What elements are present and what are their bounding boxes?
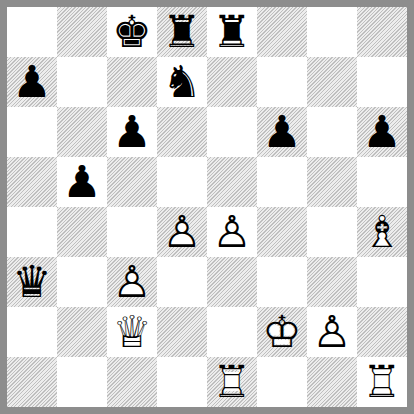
piece-glyph-outline: ♕ [107, 307, 157, 357]
square-e5[interactable] [207, 157, 257, 207]
square-h7[interactable] [357, 57, 407, 107]
square-h2[interactable] [357, 307, 407, 357]
square-f3[interactable] [257, 257, 307, 307]
square-a3[interactable]: ♛ [7, 257, 57, 307]
square-c3[interactable]: ♟♙ [107, 257, 157, 307]
square-f6[interactable]: ♟ [257, 107, 307, 157]
piece-glyph-outline: ♖ [207, 357, 257, 407]
square-c4[interactable] [107, 207, 157, 257]
square-d5[interactable] [157, 157, 207, 207]
piece-glyph-outline: ♔ [257, 307, 307, 357]
piece-black-rook[interactable]: ♜ [157, 7, 207, 57]
square-h6[interactable]: ♟ [357, 107, 407, 157]
piece-white-rook[interactable]: ♜♖ [357, 357, 407, 407]
square-e6[interactable] [207, 107, 257, 157]
square-b6[interactable] [57, 107, 107, 157]
square-c1[interactable] [107, 357, 157, 407]
piece-glyph-outline: ♙ [107, 257, 157, 307]
chess-board: ♚♜♜♟♞♟♟♟♟♟♙♟♙♝♗♛♟♙♛♕♚♔♟♙♜♖♜♖ [7, 7, 407, 407]
piece-glyph: ♜ [157, 7, 207, 57]
piece-glyph: ♟ [357, 107, 407, 157]
piece-black-pawn[interactable]: ♟ [257, 107, 307, 157]
square-a2[interactable] [7, 307, 57, 357]
piece-glyph: ♟ [57, 157, 107, 207]
piece-glyph-outline: ♙ [207, 207, 257, 257]
square-f7[interactable] [257, 57, 307, 107]
square-e3[interactable] [207, 257, 257, 307]
square-f5[interactable] [257, 157, 307, 207]
piece-white-pawn[interactable]: ♟♙ [307, 307, 357, 357]
piece-glyph: ♟ [257, 107, 307, 157]
square-b7[interactable] [57, 57, 107, 107]
square-g6[interactable] [307, 107, 357, 157]
piece-glyph: ♟ [107, 107, 157, 157]
piece-glyph-outline: ♖ [357, 357, 407, 407]
square-d1[interactable] [157, 357, 207, 407]
piece-glyph: ♞ [157, 57, 207, 107]
square-c8[interactable]: ♚ [107, 7, 157, 57]
square-d2[interactable] [157, 307, 207, 357]
chess-board-frame: ♚♜♜♟♞♟♟♟♟♟♙♟♙♝♗♛♟♙♛♕♚♔♟♙♜♖♜♖ [0, 0, 414, 414]
piece-glyph-outline: ♗ [357, 207, 407, 257]
square-a8[interactable] [7, 7, 57, 57]
piece-black-pawn[interactable]: ♟ [7, 57, 57, 107]
square-h4[interactable]: ♝♗ [357, 207, 407, 257]
square-b5[interactable]: ♟ [57, 157, 107, 207]
piece-white-pawn[interactable]: ♟♙ [157, 207, 207, 257]
square-f2[interactable]: ♚♔ [257, 307, 307, 357]
square-a6[interactable] [7, 107, 57, 157]
square-g4[interactable] [307, 207, 357, 257]
square-h1[interactable]: ♜♖ [357, 357, 407, 407]
square-d7[interactable]: ♞ [157, 57, 207, 107]
square-g7[interactable] [307, 57, 357, 107]
square-e1[interactable]: ♜♖ [207, 357, 257, 407]
square-h3[interactable] [357, 257, 407, 307]
piece-white-pawn[interactable]: ♟♙ [107, 257, 157, 307]
square-c6[interactable]: ♟ [107, 107, 157, 157]
square-g8[interactable] [307, 7, 357, 57]
square-d8[interactable]: ♜ [157, 7, 207, 57]
square-g5[interactable] [307, 157, 357, 207]
piece-black-knight[interactable]: ♞ [157, 57, 207, 107]
piece-glyph-outline: ♙ [307, 307, 357, 357]
square-a7[interactable]: ♟ [7, 57, 57, 107]
square-a4[interactable] [7, 207, 57, 257]
square-a1[interactable] [7, 357, 57, 407]
piece-white-queen[interactable]: ♛♕ [107, 307, 157, 357]
square-b4[interactable] [57, 207, 107, 257]
piece-black-king[interactable]: ♚ [107, 7, 157, 57]
square-f4[interactable] [257, 207, 307, 257]
square-b3[interactable] [57, 257, 107, 307]
piece-black-pawn[interactable]: ♟ [107, 107, 157, 157]
piece-black-pawn[interactable]: ♟ [57, 157, 107, 207]
square-c7[interactable] [107, 57, 157, 107]
square-f8[interactable] [257, 7, 307, 57]
square-e7[interactable] [207, 57, 257, 107]
piece-glyph: ♛ [7, 257, 57, 307]
piece-glyph: ♚ [107, 7, 157, 57]
square-c5[interactable] [107, 157, 157, 207]
piece-white-pawn[interactable]: ♟♙ [207, 207, 257, 257]
square-e4[interactable]: ♟♙ [207, 207, 257, 257]
piece-white-bishop[interactable]: ♝♗ [357, 207, 407, 257]
piece-white-rook[interactable]: ♜♖ [207, 357, 257, 407]
square-c2[interactable]: ♛♕ [107, 307, 157, 357]
piece-black-rook[interactable]: ♜ [207, 7, 257, 57]
square-a5[interactable] [7, 157, 57, 207]
piece-black-queen[interactable]: ♛ [7, 257, 57, 307]
square-b8[interactable] [57, 7, 107, 57]
square-b1[interactable] [57, 357, 107, 407]
square-h8[interactable] [357, 7, 407, 57]
square-b2[interactable] [57, 307, 107, 357]
piece-glyph: ♜ [207, 7, 257, 57]
square-g1[interactable] [307, 357, 357, 407]
square-h5[interactable] [357, 157, 407, 207]
piece-black-pawn[interactable]: ♟ [357, 107, 407, 157]
piece-white-king[interactable]: ♚♔ [257, 307, 307, 357]
square-e8[interactable]: ♜ [207, 7, 257, 57]
square-e2[interactable] [207, 307, 257, 357]
square-g3[interactable] [307, 257, 357, 307]
square-g2[interactable]: ♟♙ [307, 307, 357, 357]
square-d4[interactable]: ♟♙ [157, 207, 207, 257]
square-f1[interactable] [257, 357, 307, 407]
square-d3[interactable] [157, 257, 207, 307]
square-d6[interactable] [157, 107, 207, 157]
piece-glyph-outline: ♙ [157, 207, 207, 257]
piece-glyph: ♟ [7, 57, 57, 107]
